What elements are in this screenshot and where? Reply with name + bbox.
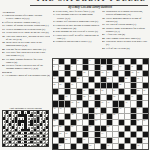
solved-letter-cell: [43, 111, 45, 113]
grid-cell: [137, 59, 142, 64]
black-cell: [95, 71, 100, 76]
black-cell: [59, 77, 64, 82]
solved-letter-mark: [47, 142, 48, 143]
clue: 8. Disgraced and getting 5 cups it (7): [53, 40, 100, 43]
black-cell: [107, 65, 112, 70]
clue: 7. Ersatz sweet stuff in coffee concocti…: [53, 34, 100, 40]
black-cell: [83, 144, 88, 149]
solved-letter-cell: [43, 123, 45, 125]
grid-cell: [89, 65, 94, 70]
solved-black-cell: [37, 144, 39, 146]
solved-black-cell: [24, 126, 26, 128]
grid-cell: 41: [125, 101, 130, 106]
clue: 19. Suspect some sentimental for a squad…: [102, 27, 149, 33]
solved-letter-mark: [28, 139, 29, 140]
solved-letter-cell: [12, 138, 14, 140]
solved-black-cell: [46, 126, 48, 128]
black-cell: [101, 59, 106, 64]
cell-number: 13: [101, 71, 103, 73]
black-cell: [77, 71, 82, 76]
solved-letter-cell: [12, 111, 14, 113]
solved-letter-mark: [4, 142, 5, 143]
solved-letter-mark: [47, 139, 48, 140]
cell-number: 1: [53, 59, 54, 61]
grid-cell: [53, 95, 58, 100]
solved-letter-mark: [44, 115, 45, 116]
grid-cell: 27: [95, 89, 100, 94]
black-cell: [107, 83, 112, 88]
grid-cell: [77, 65, 82, 70]
clue-column-1: ACROSS1. Dagestan deposit after more cur…: [2, 10, 50, 108]
solved-letter-cell: [34, 132, 36, 134]
grid-cell: 10: [119, 65, 124, 70]
solved-letter-mark: [19, 145, 20, 146]
grid-cell: 20: [125, 77, 130, 82]
cell-number: 33: [83, 95, 85, 97]
solved-letter-cell: [18, 144, 20, 146]
solved-letter-cell: [46, 132, 48, 134]
solved-black-cell: [24, 144, 26, 146]
solved-letter-mark: [37, 133, 38, 134]
solved-letter-cell: [3, 132, 5, 134]
grid-cell: [65, 108, 70, 113]
black-cell: [59, 59, 64, 64]
grid-cell: [113, 120, 118, 125]
grid-cell: 46: [119, 108, 124, 113]
solved-letter-cell: [27, 138, 29, 140]
solved-letter-mark: [28, 142, 29, 143]
solved-letter-mark: [10, 118, 11, 119]
solved-letter-mark: [28, 121, 29, 122]
black-cell: [125, 71, 130, 76]
black-cell: [89, 108, 94, 113]
grid-cell: 53: [77, 120, 82, 125]
black-cell: [83, 59, 88, 64]
solved-black-cell: [30, 138, 32, 140]
cell-number: 41: [125, 101, 127, 103]
solved-letter-mark: [16, 136, 17, 137]
solved-letter-mark: [13, 142, 14, 143]
grid-cell: [143, 77, 148, 82]
solved-black-cell: [34, 138, 36, 140]
solved-letter-mark: [22, 145, 23, 146]
grid-cell: [125, 120, 130, 125]
solved-letter-cell: [3, 114, 5, 116]
grid-cell: 12: [83, 71, 88, 76]
grid-cell: [143, 65, 148, 70]
black-cell: [53, 114, 58, 119]
solved-letter-mark: [44, 133, 45, 134]
cell-number: 42: [53, 107, 55, 109]
solved-black-cell: [43, 129, 45, 131]
solved-letter-cell: [40, 111, 42, 113]
grid-cell: 54: [95, 120, 100, 125]
black-cell: [113, 71, 118, 76]
black-cell: [119, 132, 124, 137]
black-cell: [101, 108, 106, 113]
black-cell: [59, 138, 64, 143]
solved-letter-cell: [9, 144, 11, 146]
solved-letter-cell: [6, 135, 8, 137]
solved-black-cell: [37, 117, 39, 119]
black-cell: [83, 114, 88, 119]
solved-letter-cell: [15, 132, 17, 134]
cell-number: 47: [137, 107, 139, 109]
solved-letter-cell: [18, 129, 20, 131]
solved-letter-cell: [27, 120, 29, 122]
grid-cell: 29: [113, 89, 118, 94]
solved-letter-mark: [4, 133, 5, 134]
grid-cell: [137, 83, 142, 88]
solved-letter-mark: [37, 130, 38, 131]
solved-letter-mark: [4, 121, 5, 122]
solved-letter-cell: [12, 141, 14, 143]
cell-number: 56: [143, 119, 145, 121]
solved-letter-mark: [41, 112, 42, 113]
grid-cell: 32: [65, 95, 70, 100]
solved-letter-cell: [27, 135, 29, 137]
byline: By Emily Cox and Henry Rathvon: [32, 6, 148, 9]
solved-black-cell: [15, 117, 17, 119]
solved-letter-mark: [13, 130, 14, 131]
black-cell: [77, 95, 82, 100]
clue: 15. Suspended in religious preparation, …: [102, 10, 149, 16]
grid-cell: 70: [89, 144, 94, 149]
masthead: THE SATURDAY PUZZLE: [34, 0, 148, 4]
black-cell: [53, 71, 58, 76]
grid-cell: 33: [83, 95, 88, 100]
grid-cell: 57: [53, 126, 58, 131]
solved-letter-mark: [34, 115, 35, 116]
black-cell: [137, 101, 142, 106]
grid-cell: [125, 114, 130, 119]
solved-letter-cell: [27, 132, 29, 134]
cell-number: 60: [89, 125, 91, 127]
grid-cell: [65, 77, 70, 82]
grid-cell: [101, 120, 106, 125]
grid-cell: 52: [53, 120, 58, 125]
solved-caption: Last Saturday's Puzzle Solved: [2, 107, 49, 110]
solved-letter-cell: [12, 114, 14, 116]
solved-black-cell: [30, 114, 32, 116]
black-cell: [125, 65, 130, 70]
solved-letter-mark: [10, 145, 11, 146]
solved-letter-mark: [7, 145, 8, 146]
solved-letter-mark: [10, 121, 11, 122]
grid-cell: [65, 59, 70, 64]
grid-cell: 26: [83, 89, 88, 94]
cell-number: 52: [53, 119, 55, 121]
grid-cell: 15: [131, 71, 136, 76]
solved-letter-mark: [44, 118, 45, 119]
solved-black-cell: [27, 129, 29, 131]
solved-letter-cell: [15, 135, 17, 137]
solved-letter-mark: [31, 136, 32, 137]
solved-letter-cell: [40, 117, 42, 119]
solved-letter-mark: [41, 121, 42, 122]
solved-letter-mark: [34, 127, 35, 128]
grid-cell: [89, 83, 94, 88]
solved-black-cell: [30, 120, 32, 122]
solved-black-cell: [43, 138, 45, 140]
cell-number: 22: [53, 83, 55, 85]
solved-letter-cell: [3, 120, 5, 122]
solved-letter-mark: [10, 127, 11, 128]
cell-number: 21: [137, 77, 139, 79]
solved-black-cell: [24, 132, 26, 134]
solved-letter-mark: [13, 118, 14, 119]
black-cell: [59, 101, 64, 106]
solved-letter-cell: [34, 111, 36, 113]
solved-black-cell: [34, 129, 36, 131]
cell-number: 9: [113, 65, 114, 67]
solved-black-cell: [3, 135, 5, 137]
solved-black-cell: [18, 120, 20, 122]
solved-letter-cell: [30, 144, 32, 146]
solved-black-cell: [40, 141, 42, 143]
grid-cell: 38: [77, 101, 82, 106]
solved-letter-cell: [37, 129, 39, 131]
solved-letter-mark: [47, 136, 48, 137]
solved-letter-mark: [41, 139, 42, 140]
solved-black-cell: [37, 135, 39, 137]
black-cell: [119, 77, 124, 82]
cell-number: 3: [89, 59, 90, 61]
solved-black-cell: [3, 126, 5, 128]
solved-letter-mark: [28, 136, 29, 137]
solved-letter-cell: [12, 144, 14, 146]
solved-letter-cell: [27, 114, 29, 116]
solved-letter-cell: [21, 141, 23, 143]
grid-cell: 43: [59, 108, 64, 113]
black-cell: [71, 120, 76, 125]
cell-number: 24: [71, 83, 73, 85]
black-cell: [101, 77, 106, 82]
grid-cell: [107, 132, 112, 137]
grid-cell: [143, 144, 148, 149]
solved-letter-cell: [9, 126, 11, 128]
black-cell: [143, 71, 148, 76]
cell-number: 64: [101, 132, 103, 134]
solved-letter-mark: [41, 136, 42, 137]
solved-letter-mark: [16, 115, 17, 116]
clue: 21. Jets carry folk word given in on a l…: [2, 51, 50, 57]
cell-number: 55: [137, 119, 139, 121]
solved-letter-cell: [6, 141, 8, 143]
solved-letter-mark: [44, 112, 45, 113]
cell-number: 71: [107, 144, 109, 146]
cell-number: 48: [71, 113, 73, 115]
black-cell: [137, 65, 142, 70]
solved-letter-cell: [37, 132, 39, 134]
cell-number: 32: [65, 95, 67, 97]
solved-black-cell: [46, 111, 48, 113]
grid-cell: [83, 108, 88, 113]
cell-number: 35: [113, 95, 115, 97]
cell-number: 70: [89, 144, 91, 146]
solved-black-cell: [43, 120, 45, 122]
solved-black-cell: [15, 144, 17, 146]
cell-number: 28: [101, 89, 103, 91]
solved-letter-cell: [6, 114, 8, 116]
solved-black-cell: [24, 120, 26, 122]
grid-cell: [125, 83, 130, 88]
solved-letter-mark: [19, 130, 20, 131]
solved-letter-cell: [9, 120, 11, 122]
cell-number: 43: [59, 107, 61, 109]
solved-letter-cell: [30, 126, 32, 128]
solved-black-cell: [37, 126, 39, 128]
grid-cell: 51: [113, 114, 118, 119]
solved-letter-cell: [37, 141, 39, 143]
solved-black-cell: [40, 114, 42, 116]
solved-letter-mark: [19, 127, 20, 128]
solved-letter-mark: [28, 145, 29, 146]
grid-cell: 28: [101, 89, 106, 94]
grid-cell: [59, 71, 64, 76]
black-cell: [71, 59, 76, 64]
cell-number: 15: [131, 71, 133, 73]
black-cell: [131, 89, 136, 94]
grid-cell: 17: [53, 77, 58, 82]
solved-letter-mark: [4, 124, 5, 125]
solved-black-cell: [34, 120, 36, 122]
solved-letter-cell: [37, 114, 39, 116]
cell-number: 67: [113, 138, 115, 140]
solved-letter-cell: [40, 135, 42, 137]
grid-cell: 22: [53, 83, 58, 88]
clue: 16. This lady down here, anxious to duel…: [2, 35, 50, 41]
solved-letter-mark: [34, 133, 35, 134]
black-cell: [131, 77, 136, 82]
cell-number: 37: [71, 101, 73, 103]
solved-letter-cell: [6, 144, 8, 146]
solved-letter-mark: [7, 136, 8, 137]
black-cell: [71, 144, 76, 149]
grid-cell: 66: [83, 138, 88, 143]
solved-letter-cell: [15, 123, 17, 125]
solved-puzzle-block: Last Saturday's Puzzle Solved: [2, 107, 49, 150]
black-cell: [131, 144, 136, 149]
solved-black-cell: [46, 117, 48, 119]
grid-cell: 34: [89, 95, 94, 100]
black-cell: [95, 101, 100, 106]
black-cell: [65, 71, 70, 76]
solved-letter-mark: [28, 127, 29, 128]
solved-letter-mark: [22, 118, 23, 119]
black-cell: [71, 132, 76, 137]
solved-black-cell: [30, 123, 32, 125]
grid-cell: 39: [101, 101, 106, 106]
black-cell: [131, 108, 136, 113]
cell-number: 4: [113, 59, 114, 61]
black-cell: [143, 114, 148, 119]
solved-letter-mark: [31, 127, 32, 128]
solved-letter-cell: [34, 141, 36, 143]
grid-cell: 25: [119, 83, 124, 88]
black-cell: [83, 101, 88, 106]
solved-letter-cell: [27, 144, 29, 146]
solved-letter-cell: [12, 123, 14, 125]
cell-number: 18: [77, 77, 79, 79]
cell-number: 62: [59, 132, 61, 134]
solved-letter-cell: [34, 135, 36, 137]
solved-black-cell: [18, 123, 20, 125]
solved-letter-mark: [34, 112, 35, 113]
solved-letter-mark: [25, 112, 26, 113]
solved-letter-cell: [30, 117, 32, 119]
solved-letter-mark: [44, 127, 45, 128]
black-cell: [77, 138, 82, 143]
black-cell: [107, 114, 112, 119]
black-cell: [53, 144, 58, 149]
grid-cell: [131, 101, 136, 106]
solved-letter-mark: [13, 145, 14, 146]
grid-cell: 2: [77, 59, 82, 64]
grid-cell: 40: [107, 101, 112, 106]
black-cell: [143, 132, 148, 137]
black-cell: [143, 59, 148, 64]
grid-cell: 7: [71, 65, 76, 70]
grid-cell: [89, 138, 94, 143]
cell-number: 16: [137, 71, 139, 73]
solved-letter-mark: [44, 142, 45, 143]
solved-letter-cell: [34, 123, 36, 125]
solved-black-cell: [46, 144, 48, 146]
black-cell: [143, 108, 148, 113]
solved-letter-mark: [44, 124, 45, 125]
black-cell: [65, 89, 70, 94]
black-cell: [89, 89, 94, 94]
puzzle-page: THE SATURDAY PUZZLE By Emily Cox and Hen…: [0, 0, 150, 150]
cell-number: 20: [125, 77, 127, 79]
grid-cell: 9: [113, 65, 118, 70]
grid-cell: [125, 144, 130, 149]
grid-cell: [113, 144, 118, 149]
cell-number: 11: [131, 65, 133, 67]
grid-cell: 63: [65, 132, 70, 137]
cell-number: 6: [59, 65, 60, 67]
grid-cell: [107, 89, 112, 94]
solved-black-cell: [30, 132, 32, 134]
clue: 1. All-around e-mails of a gelatinous ca…: [2, 74, 50, 77]
black-cell: [53, 101, 58, 106]
solved-letter-cell: [3, 138, 5, 140]
solved-letter-mark: [28, 118, 29, 119]
black-cell: [101, 144, 106, 149]
solved-letter-mark: [19, 112, 20, 113]
grid-cell: 14: [107, 71, 112, 76]
clue: 24. Left of the elevator (4): [102, 47, 149, 50]
solved-black-cell: [9, 132, 11, 134]
solved-letter-cell: [3, 111, 5, 113]
solved-black-cell: [6, 138, 8, 140]
cell-number: 12: [83, 71, 85, 73]
grid-cell: [53, 138, 58, 143]
solved-letter-mark: [22, 133, 23, 134]
solved-black-cell: [21, 114, 23, 116]
solved-letter-mark: [10, 130, 11, 131]
black-cell: [83, 126, 88, 131]
solved-black-cell: [15, 138, 17, 140]
clue: 5. Gathered to taste having weapons poin…: [53, 24, 100, 30]
cell-number: 54: [95, 119, 97, 121]
solved-letter-mark: [47, 133, 48, 134]
solved-black-cell: [15, 120, 17, 122]
black-cell: [119, 59, 124, 64]
black-cell: [107, 120, 112, 125]
solved-letter-cell: [9, 135, 11, 137]
